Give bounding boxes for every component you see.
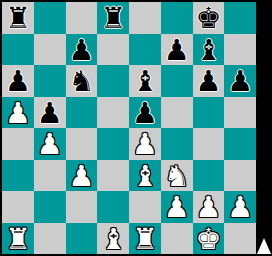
piece-black-rook[interactable]: ♜ — [5, 2, 31, 33]
square-d8[interactable]: ♜ — [97, 2, 129, 34]
square-e4[interactable]: ♟ — [129, 128, 161, 160]
square-e8[interactable] — [129, 2, 161, 34]
square-g7[interactable]: ♝ — [193, 34, 225, 66]
square-g3[interactable] — [193, 160, 225, 192]
piece-black-king[interactable]: ♚ — [195, 2, 221, 33]
square-h1[interactable] — [224, 223, 256, 255]
square-b3[interactable] — [34, 160, 66, 192]
square-f6[interactable] — [161, 65, 193, 97]
piece-black-pawn[interactable]: ♟ — [227, 65, 253, 96]
square-b6[interactable] — [34, 65, 66, 97]
piece-white-pawn[interactable]: ♟ — [132, 128, 158, 159]
piece-white-pawn[interactable]: ♟ — [37, 128, 63, 159]
piece-white-bishop[interactable]: ♝ — [100, 223, 126, 254]
square-f5[interactable] — [161, 97, 193, 129]
square-e2[interactable] — [129, 191, 161, 223]
piece-black-bishop[interactable]: ♝ — [132, 65, 158, 96]
square-h3[interactable] — [224, 160, 256, 192]
piece-white-rook[interactable]: ♜ — [5, 223, 31, 254]
square-b8[interactable] — [34, 2, 66, 34]
square-d5[interactable] — [97, 97, 129, 129]
square-h8[interactable] — [224, 2, 256, 34]
square-a2[interactable] — [2, 191, 34, 223]
square-c4[interactable] — [66, 128, 98, 160]
square-f8[interactable] — [161, 2, 193, 34]
square-f4[interactable] — [161, 128, 193, 160]
square-c8[interactable] — [66, 2, 98, 34]
square-d3[interactable] — [97, 160, 129, 192]
square-b1[interactable] — [34, 223, 66, 255]
piece-black-pawn[interactable]: ♟ — [132, 97, 158, 128]
square-c5[interactable] — [66, 97, 98, 129]
square-h2[interactable]: ♟ — [224, 191, 256, 223]
square-d6[interactable] — [97, 65, 129, 97]
right-panel — [256, 0, 272, 256]
piece-white-king[interactable]: ♚ — [195, 223, 221, 254]
square-g1[interactable]: ♚ — [193, 223, 225, 255]
square-b7[interactable] — [34, 34, 66, 66]
square-b5[interactable]: ♟ — [34, 97, 66, 129]
piece-black-knight[interactable]: ♞ — [68, 65, 94, 96]
square-c3[interactable]: ♟ — [66, 160, 98, 192]
square-h6[interactable]: ♟ — [224, 65, 256, 97]
piece-white-pawn[interactable]: ♟ — [68, 160, 94, 191]
square-f7[interactable]: ♟ — [161, 34, 193, 66]
piece-white-bishop[interactable]: ♝ — [132, 160, 158, 191]
square-g6[interactable]: ♟ — [193, 65, 225, 97]
square-a5[interactable]: ♟ — [2, 97, 34, 129]
square-a1[interactable]: ♜ — [2, 223, 34, 255]
square-h7[interactable] — [224, 34, 256, 66]
square-d7[interactable] — [97, 34, 129, 66]
square-g4[interactable] — [193, 128, 225, 160]
piece-white-knight[interactable]: ♞ — [164, 160, 190, 191]
square-a6[interactable]: ♟ — [2, 65, 34, 97]
square-e3[interactable]: ♝ — [129, 160, 161, 192]
square-f2[interactable]: ♟ — [161, 191, 193, 223]
square-h4[interactable] — [224, 128, 256, 160]
piece-white-rook[interactable]: ♜ — [132, 223, 158, 254]
square-h5[interactable] — [224, 97, 256, 129]
square-f3[interactable]: ♞ — [161, 160, 193, 192]
piece-black-pawn[interactable]: ♟ — [5, 65, 31, 96]
piece-black-pawn[interactable]: ♟ — [37, 97, 63, 128]
piece-white-pawn[interactable]: ♟ — [164, 191, 190, 222]
scroll-up-arrow-icon[interactable] — [257, 238, 271, 254]
piece-black-pawn[interactable]: ♟ — [195, 65, 221, 96]
square-b4[interactable]: ♟ — [34, 128, 66, 160]
square-c7[interactable]: ♟ — [66, 34, 98, 66]
square-a7[interactable] — [2, 34, 34, 66]
square-b2[interactable] — [34, 191, 66, 223]
square-e7[interactable] — [129, 34, 161, 66]
square-d4[interactable] — [97, 128, 129, 160]
piece-white-pawn[interactable]: ♟ — [195, 191, 221, 222]
square-c1[interactable] — [66, 223, 98, 255]
square-e6[interactable]: ♝ — [129, 65, 161, 97]
square-g5[interactable] — [193, 97, 225, 129]
piece-black-pawn[interactable]: ♟ — [68, 34, 94, 65]
square-e1[interactable]: ♜ — [129, 223, 161, 255]
piece-white-pawn[interactable]: ♟ — [227, 191, 253, 222]
square-a8[interactable]: ♜ — [2, 2, 34, 34]
piece-black-bishop[interactable]: ♝ — [195, 34, 221, 65]
piece-white-pawn[interactable]: ♟ — [5, 97, 31, 128]
square-e5[interactable]: ♟ — [129, 97, 161, 129]
square-d1[interactable]: ♝ — [97, 223, 129, 255]
piece-black-pawn[interactable]: ♟ — [164, 34, 190, 65]
square-g2[interactable]: ♟ — [193, 191, 225, 223]
square-f1[interactable] — [161, 223, 193, 255]
square-a4[interactable] — [2, 128, 34, 160]
chess-board: ♜♜♚♟♟♝♟♞♝♟♟♟♟♟♟♟♟♝♞♟♟♟♜♝♜♚ — [2, 2, 256, 254]
square-g8[interactable]: ♚ — [193, 2, 225, 34]
square-c6[interactable]: ♞ — [66, 65, 98, 97]
piece-black-rook[interactable]: ♜ — [100, 2, 126, 33]
chess-app-window: ♜♜♚♟♟♝♟♞♝♟♟♟♟♟♟♟♟♝♞♟♟♟♜♝♜♚ — [0, 0, 272, 256]
square-a3[interactable] — [2, 160, 34, 192]
square-c2[interactable] — [66, 191, 98, 223]
square-d2[interactable] — [97, 191, 129, 223]
